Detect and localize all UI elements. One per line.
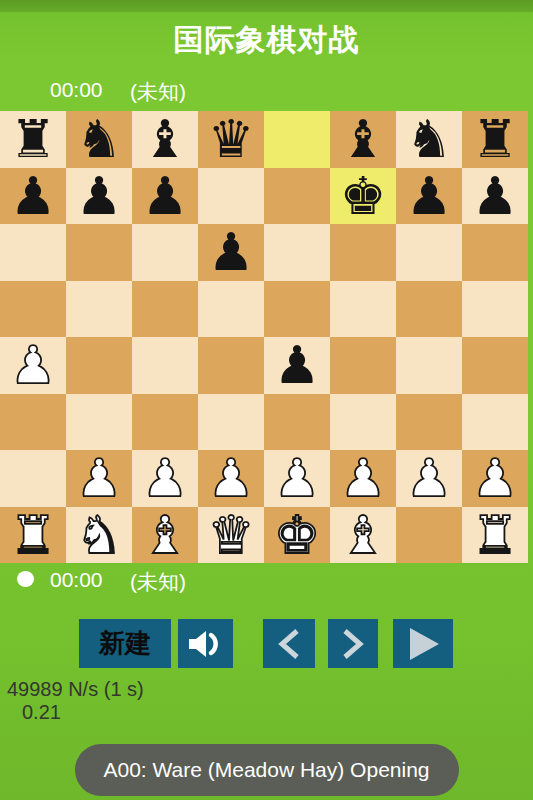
status-bar	[0, 0, 533, 12]
opponent-clock-row: 00:00 (未知)	[0, 78, 533, 104]
black-pawn: ♟	[274, 337, 321, 393]
square-h2[interactable]: ♟	[462, 450, 528, 507]
square-g1[interactable]	[396, 507, 462, 564]
white-bishop: ♝	[142, 507, 189, 563]
chevron-right-icon	[340, 627, 366, 661]
play-button[interactable]	[393, 619, 453, 668]
next-move-button[interactable]	[328, 619, 378, 668]
square-a4[interactable]: ♟	[0, 337, 66, 394]
engine-nps: 49989 N/s (1 s)	[7, 678, 144, 701]
square-c5[interactable]	[132, 281, 198, 338]
square-b4[interactable]	[66, 337, 132, 394]
square-d3[interactable]	[198, 394, 264, 451]
page-title: 国际象棋对战	[0, 20, 533, 61]
white-pawn: ♟	[76, 450, 123, 506]
square-e3[interactable]	[264, 394, 330, 451]
engine-info: 49989 N/s (1 s) 0.21	[7, 678, 144, 724]
opening-name: A00: Ware (Meadow Hay) Opening	[103, 758, 429, 781]
square-c8[interactable]: ♝	[132, 111, 198, 168]
square-g7[interactable]: ♟	[396, 168, 462, 225]
white-rook: ♜	[472, 507, 519, 563]
square-g3[interactable]	[396, 394, 462, 451]
square-a5[interactable]	[0, 281, 66, 338]
square-a1[interactable]: ♜	[0, 507, 66, 564]
toolbar: 新建	[79, 619, 453, 668]
white-pawn: ♟	[274, 450, 321, 506]
black-knight: ♞	[406, 111, 453, 167]
square-h3[interactable]	[462, 394, 528, 451]
square-e7[interactable]	[264, 168, 330, 225]
square-f5[interactable]	[330, 281, 396, 338]
square-e4[interactable]: ♟	[264, 337, 330, 394]
square-b3[interactable]	[66, 394, 132, 451]
square-f3[interactable]	[330, 394, 396, 451]
square-f8[interactable]: ♝	[330, 111, 396, 168]
white-pawn: ♟	[340, 450, 387, 506]
square-f7[interactable]: ♚	[330, 168, 396, 225]
black-pawn: ♟	[406, 168, 453, 224]
square-g2[interactable]: ♟	[396, 450, 462, 507]
white-king: ♚	[274, 507, 321, 563]
square-c6[interactable]	[132, 224, 198, 281]
black-bishop: ♝	[340, 111, 387, 167]
black-knight: ♞	[76, 111, 123, 167]
square-e5[interactable]	[264, 281, 330, 338]
black-rook: ♜	[10, 111, 57, 167]
square-a6[interactable]	[0, 224, 66, 281]
white-pawn: ♟	[208, 450, 255, 506]
black-pawn: ♟	[142, 168, 189, 224]
white-pawn: ♟	[10, 337, 57, 393]
square-b1[interactable]: ♞	[66, 507, 132, 564]
square-a2[interactable]	[0, 450, 66, 507]
square-f4[interactable]	[330, 337, 396, 394]
square-c1[interactable]: ♝	[132, 507, 198, 564]
app-screen: 国际象棋对战 00:00 (未知) ♜♞♝♛♝♞♜♟♟♟♚♟♟♟♟♟♟♟♟♟♟♟…	[0, 0, 533, 800]
square-a8[interactable]: ♜	[0, 111, 66, 168]
white-bishop: ♝	[340, 507, 387, 563]
square-d7[interactable]	[198, 168, 264, 225]
square-f1[interactable]: ♝	[330, 507, 396, 564]
square-b8[interactable]: ♞	[66, 111, 132, 168]
square-f2[interactable]: ♟	[330, 450, 396, 507]
square-a7[interactable]: ♟	[0, 168, 66, 225]
square-d2[interactable]: ♟	[198, 450, 264, 507]
opponent-clock-label: (未知)	[130, 78, 186, 106]
square-h5[interactable]	[462, 281, 528, 338]
black-pawn: ♟	[472, 168, 519, 224]
square-d1[interactable]: ♛	[198, 507, 264, 564]
engine-eval: 0.21	[7, 701, 144, 724]
white-queen: ♛	[208, 507, 255, 563]
square-e8[interactable]	[264, 111, 330, 168]
square-g4[interactable]	[396, 337, 462, 394]
opponent-clock-time: 00:00	[50, 78, 103, 102]
square-h4[interactable]	[462, 337, 528, 394]
square-g5[interactable]	[396, 281, 462, 338]
white-pawn: ♟	[472, 450, 519, 506]
chevron-left-icon	[276, 627, 302, 661]
square-c3[interactable]	[132, 394, 198, 451]
square-c7[interactable]: ♟	[132, 168, 198, 225]
player-clock-label: (未知)	[130, 568, 186, 596]
turn-indicator-dot	[17, 571, 34, 587]
square-b5[interactable]	[66, 281, 132, 338]
square-d8[interactable]: ♛	[198, 111, 264, 168]
square-h6[interactable]	[462, 224, 528, 281]
black-pawn: ♟	[76, 168, 123, 224]
square-b7[interactable]: ♟	[66, 168, 132, 225]
square-h8[interactable]: ♜	[462, 111, 528, 168]
opening-toast: A00: Ware (Meadow Hay) Opening	[74, 744, 458, 796]
sound-button[interactable]	[178, 619, 233, 668]
square-h7[interactable]: ♟	[462, 168, 528, 225]
square-f6[interactable]	[330, 224, 396, 281]
square-c4[interactable]	[132, 337, 198, 394]
player-clock-row: 00:00 (未知)	[0, 568, 533, 594]
square-g8[interactable]: ♞	[396, 111, 462, 168]
new-game-button[interactable]: 新建	[79, 619, 171, 668]
square-a3[interactable]	[0, 394, 66, 451]
square-b6[interactable]	[66, 224, 132, 281]
black-pawn: ♟	[10, 168, 57, 224]
square-d4[interactable]	[198, 337, 264, 394]
white-pawn: ♟	[406, 450, 453, 506]
speaker-icon	[186, 626, 226, 662]
play-icon	[404, 625, 442, 663]
black-king: ♚	[340, 168, 387, 224]
square-e1[interactable]: ♚	[264, 507, 330, 564]
white-knight: ♞	[76, 507, 123, 563]
player-clock-time: 00:00	[50, 568, 103, 592]
black-pawn: ♟	[208, 224, 255, 280]
white-pawn: ♟	[142, 450, 189, 506]
square-d6[interactable]: ♟	[198, 224, 264, 281]
prev-move-button[interactable]	[263, 619, 315, 668]
chess-board[interactable]: ♜♞♝♛♝♞♜♟♟♟♚♟♟♟♟♟♟♟♟♟♟♟♟♜♞♝♛♚♝♜	[0, 111, 528, 563]
square-e2[interactable]: ♟	[264, 450, 330, 507]
black-rook: ♜	[472, 111, 519, 167]
square-g6[interactable]	[396, 224, 462, 281]
square-h1[interactable]: ♜	[462, 507, 528, 564]
square-d5[interactable]	[198, 281, 264, 338]
square-e6[interactable]	[264, 224, 330, 281]
black-bishop: ♝	[142, 111, 189, 167]
square-c2[interactable]: ♟	[132, 450, 198, 507]
white-rook: ♜	[10, 507, 57, 563]
square-b2[interactable]: ♟	[66, 450, 132, 507]
black-queen: ♛	[208, 111, 255, 167]
